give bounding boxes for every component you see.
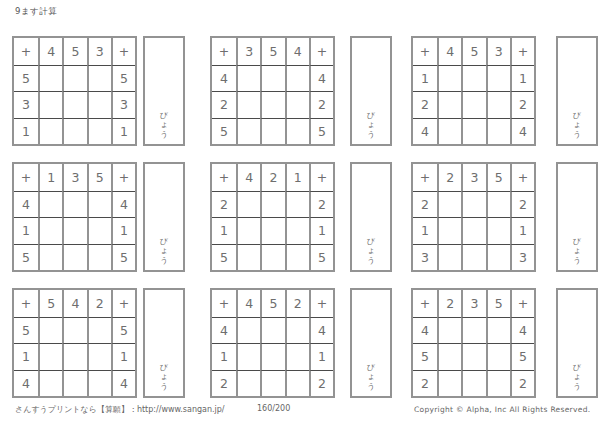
footer-page-number: 160/200 bbox=[257, 404, 290, 413]
seconds-label-char: び bbox=[160, 363, 168, 373]
answer-cell bbox=[461, 317, 485, 344]
answer-cell bbox=[260, 343, 284, 370]
answer-cell bbox=[461, 370, 485, 397]
answer-cell bbox=[62, 317, 86, 344]
answer-cell bbox=[62, 191, 86, 218]
col-addend-cell: 4 bbox=[38, 38, 62, 65]
seconds-label-char: う bbox=[160, 382, 168, 392]
seconds-label-char: び bbox=[367, 363, 375, 373]
answer-cell bbox=[87, 118, 111, 145]
row-addend-cell: 5 bbox=[111, 244, 135, 271]
row-addend-cell: 5 bbox=[212, 244, 236, 271]
answer-cell bbox=[437, 118, 461, 145]
answer-cell bbox=[437, 370, 461, 397]
seconds-label-char: ょ bbox=[573, 372, 581, 382]
answer-cell bbox=[260, 317, 284, 344]
operator-cell: + bbox=[212, 290, 236, 317]
answer-cell bbox=[38, 244, 62, 271]
answer-cell bbox=[486, 343, 510, 370]
row-addend-cell: 1 bbox=[212, 343, 236, 370]
answer-cell bbox=[38, 317, 62, 344]
col-addend-cell: 4 bbox=[236, 290, 260, 317]
addition-grid-7: +542+551144 bbox=[12, 288, 137, 398]
time-seconds-box: びょう bbox=[143, 288, 185, 398]
seconds-label-char: う bbox=[573, 256, 581, 266]
seconds-label-char: び bbox=[573, 363, 581, 373]
operator-cell: + bbox=[413, 290, 437, 317]
answer-cell bbox=[260, 65, 284, 92]
col-addend-cell: 3 bbox=[87, 38, 111, 65]
row-addend-cell: 1 bbox=[14, 118, 38, 145]
col-addend-cell: 5 bbox=[38, 290, 62, 317]
addition-grid-4: +135+441155 bbox=[12, 162, 137, 272]
col-addend-cell: 5 bbox=[260, 290, 284, 317]
seconds-label-char: び bbox=[573, 111, 581, 121]
operator-cell: + bbox=[14, 164, 38, 191]
operator-cell: + bbox=[14, 290, 38, 317]
row-addend-cell: 3 bbox=[510, 244, 534, 271]
row-addend-cell: 2 bbox=[510, 191, 534, 218]
answer-cell bbox=[38, 217, 62, 244]
answer-cell bbox=[236, 370, 260, 397]
operator-cell: + bbox=[111, 290, 135, 317]
seconds-label-char: ょ bbox=[367, 246, 375, 256]
operator-cell: + bbox=[413, 38, 437, 65]
answer-cell bbox=[236, 65, 260, 92]
col-addend-cell: 2 bbox=[437, 290, 461, 317]
time-seconds-box: びょう bbox=[350, 36, 392, 146]
answer-cell bbox=[260, 244, 284, 271]
answer-cell bbox=[236, 217, 260, 244]
col-addend-cell: 4 bbox=[437, 38, 461, 65]
row-addend-cell: 5 bbox=[212, 118, 236, 145]
addition-grid-9: +235+445522 bbox=[411, 288, 536, 398]
col-addend-cell: 1 bbox=[285, 164, 309, 191]
answer-cell bbox=[62, 217, 86, 244]
operator-cell: + bbox=[111, 164, 135, 191]
answer-cell bbox=[437, 244, 461, 271]
answer-cell bbox=[285, 65, 309, 92]
seconds-label-char: ょ bbox=[160, 246, 168, 256]
col-addend-cell: 5 bbox=[461, 38, 485, 65]
seconds-label-char: う bbox=[160, 130, 168, 140]
answer-cell bbox=[260, 91, 284, 118]
seconds-label-char: ょ bbox=[367, 372, 375, 382]
answer-cell bbox=[236, 343, 260, 370]
answer-cell bbox=[236, 317, 260, 344]
answer-cell bbox=[87, 65, 111, 92]
answer-cell bbox=[285, 91, 309, 118]
answer-cell bbox=[486, 217, 510, 244]
answer-cell bbox=[486, 118, 510, 145]
row-addend-cell: 3 bbox=[413, 244, 437, 271]
row-addend-cell: 1 bbox=[111, 217, 135, 244]
operator-cell: + bbox=[413, 164, 437, 191]
row-addend-cell: 5 bbox=[309, 244, 333, 271]
answer-cell bbox=[285, 191, 309, 218]
row-addend-cell: 5 bbox=[14, 244, 38, 271]
row-addend-cell: 1 bbox=[510, 65, 534, 92]
answer-cell bbox=[285, 343, 309, 370]
answer-cell bbox=[62, 343, 86, 370]
answer-cell bbox=[260, 191, 284, 218]
row-addend-cell: 2 bbox=[212, 191, 236, 218]
answer-cell bbox=[236, 244, 260, 271]
footer-site-text: さんすうプリントなら【算願】：http://www.sangan.jp/ bbox=[15, 404, 225, 415]
answer-cell bbox=[285, 118, 309, 145]
col-addend-cell: 3 bbox=[62, 164, 86, 191]
col-addend-cell: 5 bbox=[486, 164, 510, 191]
row-addend-cell: 4 bbox=[510, 118, 534, 145]
addition-grid-3: +453+112244 bbox=[411, 36, 536, 146]
col-addend-cell: 2 bbox=[285, 290, 309, 317]
answer-cell bbox=[236, 91, 260, 118]
operator-cell: + bbox=[212, 164, 236, 191]
seconds-label-char: ょ bbox=[573, 246, 581, 256]
seconds-label-char: う bbox=[573, 130, 581, 140]
row-addend-cell: 1 bbox=[212, 217, 236, 244]
time-seconds-box: びょう bbox=[143, 36, 185, 146]
answer-cell bbox=[38, 343, 62, 370]
answer-cell bbox=[285, 370, 309, 397]
answer-cell bbox=[260, 118, 284, 145]
seconds-label-char: ょ bbox=[367, 120, 375, 130]
row-addend-cell: 2 bbox=[510, 370, 534, 397]
row-addend-cell: 4 bbox=[413, 317, 437, 344]
col-addend-cell: 4 bbox=[285, 38, 309, 65]
operator-cell: + bbox=[510, 38, 534, 65]
col-addend-cell: 2 bbox=[437, 164, 461, 191]
time-seconds-box: びょう bbox=[556, 162, 598, 272]
seconds-label-char: ょ bbox=[160, 372, 168, 382]
answer-cell bbox=[461, 65, 485, 92]
row-addend-cell: 5 bbox=[14, 317, 38, 344]
answer-cell bbox=[437, 317, 461, 344]
answer-cell bbox=[437, 91, 461, 118]
row-addend-cell: 1 bbox=[413, 65, 437, 92]
row-addend-cell: 2 bbox=[413, 191, 437, 218]
row-addend-cell: 4 bbox=[510, 317, 534, 344]
col-addend-cell: 5 bbox=[87, 164, 111, 191]
row-addend-cell: 4 bbox=[111, 191, 135, 218]
addition-grid-8: +452+441122 bbox=[210, 288, 335, 398]
seconds-label-char: ょ bbox=[573, 120, 581, 130]
seconds-label-char: う bbox=[573, 382, 581, 392]
seconds-label-char: ょ bbox=[160, 120, 168, 130]
answer-cell bbox=[486, 244, 510, 271]
answer-cell bbox=[461, 91, 485, 118]
answer-cell bbox=[437, 343, 461, 370]
row-addend-cell: 2 bbox=[309, 91, 333, 118]
answer-cell bbox=[486, 191, 510, 218]
row-addend-cell: 4 bbox=[14, 370, 38, 397]
seconds-label-char: う bbox=[160, 256, 168, 266]
operator-cell: + bbox=[309, 38, 333, 65]
answer-cell bbox=[285, 244, 309, 271]
answer-cell bbox=[461, 343, 485, 370]
row-addend-cell: 1 bbox=[14, 217, 38, 244]
row-addend-cell: 5 bbox=[111, 317, 135, 344]
row-addend-cell: 2 bbox=[212, 370, 236, 397]
col-addend-cell: 3 bbox=[486, 38, 510, 65]
answer-cell bbox=[486, 370, 510, 397]
time-seconds-box: びょう bbox=[350, 288, 392, 398]
operator-cell: + bbox=[111, 38, 135, 65]
col-addend-cell: 5 bbox=[486, 290, 510, 317]
row-addend-cell: 2 bbox=[413, 91, 437, 118]
addition-grid-6: +235+221133 bbox=[411, 162, 536, 272]
answer-cell bbox=[87, 191, 111, 218]
operator-cell: + bbox=[510, 290, 534, 317]
answer-cell bbox=[437, 217, 461, 244]
seconds-label-char: う bbox=[367, 256, 375, 266]
answer-cell bbox=[285, 217, 309, 244]
answer-cell bbox=[62, 244, 86, 271]
answer-cell bbox=[87, 370, 111, 397]
col-addend-cell: 3 bbox=[236, 38, 260, 65]
answer-cell bbox=[38, 370, 62, 397]
row-addend-cell: 5 bbox=[111, 65, 135, 92]
col-addend-cell: 5 bbox=[260, 38, 284, 65]
answer-cell bbox=[461, 118, 485, 145]
page-title: 9ます計算 bbox=[15, 6, 57, 18]
col-addend-cell: 5 bbox=[62, 38, 86, 65]
time-seconds-box: びょう bbox=[350, 162, 392, 272]
operator-cell: + bbox=[212, 38, 236, 65]
answer-cell bbox=[62, 65, 86, 92]
answer-cell bbox=[87, 343, 111, 370]
seconds-label-char: び bbox=[573, 237, 581, 247]
row-addend-cell: 4 bbox=[111, 370, 135, 397]
seconds-label-char: う bbox=[367, 130, 375, 140]
row-addend-cell: 2 bbox=[309, 370, 333, 397]
answer-cell bbox=[38, 91, 62, 118]
answer-cell bbox=[486, 65, 510, 92]
addition-grid-5: +421+221155 bbox=[210, 162, 335, 272]
col-addend-cell: 3 bbox=[461, 164, 485, 191]
answer-cell bbox=[486, 91, 510, 118]
row-addend-cell: 5 bbox=[413, 343, 437, 370]
answer-cell bbox=[62, 370, 86, 397]
answer-cell bbox=[260, 217, 284, 244]
row-addend-cell: 2 bbox=[510, 91, 534, 118]
answer-cell bbox=[87, 91, 111, 118]
row-addend-cell: 1 bbox=[309, 343, 333, 370]
answer-cell bbox=[437, 65, 461, 92]
col-addend-cell: 1 bbox=[38, 164, 62, 191]
operator-cell: + bbox=[14, 38, 38, 65]
col-addend-cell: 3 bbox=[461, 290, 485, 317]
row-addend-cell: 1 bbox=[510, 217, 534, 244]
footer-copyright: Copyright © Alpha, Inc All Rights Reserv… bbox=[414, 405, 590, 414]
answer-cell bbox=[437, 191, 461, 218]
answer-cell bbox=[486, 317, 510, 344]
row-addend-cell: 4 bbox=[212, 317, 236, 344]
col-addend-cell: 2 bbox=[260, 164, 284, 191]
answer-cell bbox=[461, 191, 485, 218]
row-addend-cell: 2 bbox=[413, 370, 437, 397]
answer-cell bbox=[38, 65, 62, 92]
row-addend-cell: 3 bbox=[111, 91, 135, 118]
answer-cell bbox=[260, 370, 284, 397]
row-addend-cell: 1 bbox=[14, 343, 38, 370]
time-seconds-box: びょう bbox=[556, 288, 598, 398]
seconds-label-char: う bbox=[367, 382, 375, 392]
addition-grid-2: +354+442255 bbox=[210, 36, 335, 146]
answer-cell bbox=[87, 217, 111, 244]
row-addend-cell: 4 bbox=[14, 191, 38, 218]
row-addend-cell: 2 bbox=[309, 191, 333, 218]
time-seconds-box: びょう bbox=[143, 162, 185, 272]
row-addend-cell: 1 bbox=[111, 118, 135, 145]
addition-grid-1: +453+553311 bbox=[12, 36, 137, 146]
operator-cell: + bbox=[309, 290, 333, 317]
row-addend-cell: 2 bbox=[212, 91, 236, 118]
row-addend-cell: 1 bbox=[413, 217, 437, 244]
answer-cell bbox=[62, 118, 86, 145]
row-addend-cell: 4 bbox=[212, 65, 236, 92]
row-addend-cell: 1 bbox=[111, 343, 135, 370]
row-addend-cell: 5 bbox=[510, 343, 534, 370]
col-addend-cell: 4 bbox=[236, 164, 260, 191]
row-addend-cell: 1 bbox=[309, 217, 333, 244]
row-addend-cell: 4 bbox=[413, 118, 437, 145]
answer-cell bbox=[87, 244, 111, 271]
operator-cell: + bbox=[510, 164, 534, 191]
col-addend-cell: 2 bbox=[87, 290, 111, 317]
row-addend-cell: 3 bbox=[14, 91, 38, 118]
operator-cell: + bbox=[309, 164, 333, 191]
col-addend-cell: 4 bbox=[62, 290, 86, 317]
answer-cell bbox=[236, 118, 260, 145]
answer-cell bbox=[285, 317, 309, 344]
seconds-label-char: び bbox=[160, 111, 168, 121]
row-addend-cell: 5 bbox=[309, 118, 333, 145]
answer-cell bbox=[236, 191, 260, 218]
seconds-label-char: び bbox=[160, 237, 168, 247]
seconds-label-char: び bbox=[367, 237, 375, 247]
answer-cell bbox=[461, 244, 485, 271]
row-addend-cell: 5 bbox=[14, 65, 38, 92]
row-addend-cell: 4 bbox=[309, 317, 333, 344]
answer-cell bbox=[87, 317, 111, 344]
answer-cell bbox=[38, 118, 62, 145]
row-addend-cell: 4 bbox=[309, 65, 333, 92]
answer-cell bbox=[62, 91, 86, 118]
seconds-label-char: び bbox=[367, 111, 375, 121]
time-seconds-box: びょう bbox=[556, 36, 598, 146]
answer-cell bbox=[461, 217, 485, 244]
answer-cell bbox=[38, 191, 62, 218]
